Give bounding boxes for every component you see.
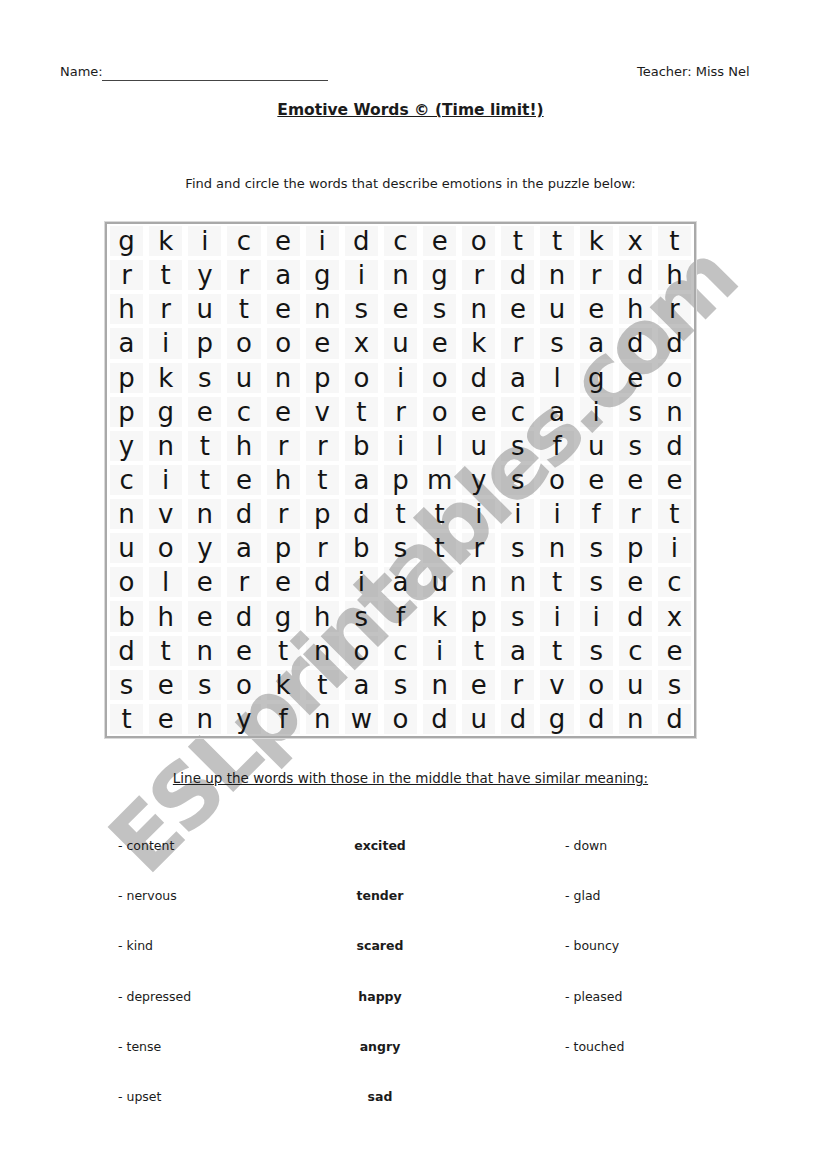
- grid-cell[interactable]: o: [149, 533, 182, 563]
- grid-cell[interactable]: t: [149, 260, 182, 290]
- grid-cell[interactable]: h: [306, 601, 339, 631]
- grid-cell[interactable]: n: [462, 294, 495, 324]
- grid-cell[interactable]: o: [345, 636, 378, 666]
- grid-cell[interactable]: i: [540, 601, 573, 631]
- grid-cell[interactable]: e: [619, 465, 652, 495]
- grid-cell[interactable]: e: [658, 465, 691, 495]
- grid-cell[interactable]: g: [267, 601, 300, 631]
- grid-cell[interactable]: e: [267, 226, 300, 256]
- grid-cell[interactable]: e: [188, 397, 221, 427]
- grid-cell[interactable]: y: [188, 260, 221, 290]
- grid-cell[interactable]: x: [619, 226, 652, 256]
- grid-cell[interactable]: e: [619, 567, 652, 597]
- grid-cell[interactable]: i: [540, 499, 573, 529]
- grid-cell[interactable]: u: [188, 294, 221, 324]
- grid-cell[interactable]: k: [149, 363, 182, 393]
- grid-cell[interactable]: n: [306, 704, 339, 734]
- grid-cell[interactable]: s: [501, 465, 534, 495]
- teacher-name: Teacher: Miss Nel: [637, 64, 750, 79]
- grid-cell[interactable]: l: [149, 567, 182, 597]
- grid-cell[interactable]: y: [110, 431, 143, 461]
- grid-cell[interactable]: e: [658, 636, 691, 666]
- grid-cell[interactable]: r: [501, 670, 534, 700]
- grid-cell[interactable]: r: [149, 294, 182, 324]
- grid-cell[interactable]: i: [384, 363, 417, 393]
- grid-cell[interactable]: d: [658, 431, 691, 461]
- grid-cell[interactable]: s: [345, 294, 378, 324]
- match-left-item: - nervous: [118, 871, 191, 921]
- grid-cell[interactable]: o: [658, 363, 691, 393]
- grid-cell[interactable]: y: [462, 465, 495, 495]
- grid-cell[interactable]: k: [267, 670, 300, 700]
- grid-cell[interactable]: n: [540, 533, 573, 563]
- grid-cell[interactable]: t: [384, 499, 417, 529]
- grid-cell[interactable]: r: [580, 260, 613, 290]
- grid-cell[interactable]: t: [149, 636, 182, 666]
- grid-cell[interactable]: t: [540, 226, 573, 256]
- grid-cell[interactable]: r: [267, 431, 300, 461]
- grid-cell[interactable]: y: [227, 704, 260, 734]
- grid-cell[interactable]: o: [110, 567, 143, 597]
- grid-cell[interactable]: s: [619, 431, 652, 461]
- match-left-item: - kind: [118, 921, 191, 971]
- grid-cell[interactable]: f: [540, 431, 573, 461]
- grid-cell[interactable]: f: [580, 499, 613, 529]
- grid-cell[interactable]: s: [580, 533, 613, 563]
- grid-cell[interactable]: e: [227, 636, 260, 666]
- grid-cell[interactable]: s: [658, 670, 691, 700]
- grid-cell[interactable]: d: [580, 704, 613, 734]
- grid-cell[interactable]: s: [501, 431, 534, 461]
- matching-left-column: - content- nervous- kind- depressed- ten…: [118, 821, 191, 1122]
- grid-cell[interactable]: e: [619, 363, 652, 393]
- grid-cell[interactable]: o: [384, 704, 417, 734]
- name-blank-line[interactable]: [102, 64, 328, 81]
- grid-cell[interactable]: i: [658, 533, 691, 563]
- match-left-item: - content: [118, 821, 191, 871]
- grid-cell[interactable]: p: [188, 328, 221, 358]
- grid-cell[interactable]: u: [540, 294, 573, 324]
- grid-cell[interactable]: i: [345, 260, 378, 290]
- grid-cell[interactable]: s: [540, 328, 573, 358]
- grid-cell[interactable]: b: [110, 601, 143, 631]
- grid-cell[interactable]: n: [267, 363, 300, 393]
- grid-cell[interactable]: t: [423, 499, 456, 529]
- grid-cell[interactable]: r: [501, 328, 534, 358]
- match-right-item: - touched: [565, 1022, 624, 1072]
- grid-cell[interactable]: t: [306, 465, 339, 495]
- grid-cell[interactable]: p: [267, 533, 300, 563]
- grid-cell[interactable]: t: [267, 636, 300, 666]
- grid-cell[interactable]: f: [267, 704, 300, 734]
- match-middle-item: excited: [300, 821, 460, 871]
- grid-cell[interactable]: n: [149, 431, 182, 461]
- grid-cell[interactable]: x: [345, 328, 378, 358]
- match-middle-item: tender: [300, 871, 460, 921]
- grid-cell[interactable]: s: [423, 294, 456, 324]
- grid-cell[interactable]: p: [462, 601, 495, 631]
- header-row: Name: Teacher: Miss Nel: [0, 62, 821, 86]
- grid-cell[interactable]: n: [619, 704, 652, 734]
- grid-cell[interactable]: t: [227, 294, 260, 324]
- match-left-item: - tense: [118, 1022, 191, 1072]
- grid-cell[interactable]: p: [306, 499, 339, 529]
- grid-cell[interactable]: r: [658, 294, 691, 324]
- name-label: Name:: [60, 64, 103, 79]
- grid-cell[interactable]: r: [267, 499, 300, 529]
- grid-cell[interactable]: t: [345, 397, 378, 427]
- grid-cell[interactable]: a: [501, 363, 534, 393]
- grid-cell[interactable]: g: [580, 363, 613, 393]
- grid-cell[interactable]: s: [384, 670, 417, 700]
- grid-cell[interactable]: a: [267, 260, 300, 290]
- grid-cell[interactable]: a: [345, 670, 378, 700]
- grid-cell[interactable]: s: [384, 533, 417, 563]
- grid-cell[interactable]: g: [110, 226, 143, 256]
- grid-cell[interactable]: t: [110, 704, 143, 734]
- grid-cell[interactable]: k: [580, 226, 613, 256]
- grid-cell[interactable]: i: [345, 567, 378, 597]
- grid-cell[interactable]: t: [462, 636, 495, 666]
- grid-cell[interactable]: l: [540, 363, 573, 393]
- grid-cell[interactable]: r: [462, 533, 495, 563]
- grid-cell[interactable]: r: [306, 431, 339, 461]
- grid-cell[interactable]: n: [188, 499, 221, 529]
- grid-cell[interactable]: p: [384, 465, 417, 495]
- grid-cell[interactable]: e: [423, 226, 456, 256]
- grid-cell[interactable]: n: [384, 260, 417, 290]
- word-search-grid: gkiceidceottkxtrtyragingrdnrdhhrutensesn…: [105, 222, 696, 738]
- grid-cell[interactable]: u: [423, 567, 456, 597]
- grid-cell[interactable]: e: [501, 294, 534, 324]
- grid-cell[interactable]: i: [188, 226, 221, 256]
- match-middle-item: angry: [300, 1022, 460, 1072]
- grid-cell[interactable]: o: [423, 363, 456, 393]
- grid-cell[interactable]: c: [384, 636, 417, 666]
- grid-cell[interactable]: x: [658, 601, 691, 631]
- grid-cell[interactable]: o: [540, 465, 573, 495]
- grid-cell[interactable]: s: [619, 397, 652, 427]
- grid-cell[interactable]: k: [462, 328, 495, 358]
- grid-cell[interactable]: v: [540, 670, 573, 700]
- grid-cell[interactable]: n: [462, 567, 495, 597]
- grid-cell[interactable]: e: [423, 328, 456, 358]
- matching-heading: Line up the words with those in the midd…: [0, 770, 821, 786]
- grid-cell[interactable]: c: [110, 465, 143, 495]
- grid-cell[interactable]: t: [501, 226, 534, 256]
- grid-cell[interactable]: t: [658, 226, 691, 256]
- grid-cell[interactable]: a: [227, 533, 260, 563]
- grid-cell[interactable]: t: [188, 465, 221, 495]
- grid-cell[interactable]: a: [540, 397, 573, 427]
- grid-cell[interactable]: e: [267, 294, 300, 324]
- grid-cell[interactable]: i: [501, 499, 534, 529]
- grid-cell[interactable]: d: [501, 260, 534, 290]
- grid-cell[interactable]: e: [267, 397, 300, 427]
- grid-cell[interactable]: a: [110, 328, 143, 358]
- grid-cell[interactable]: t: [423, 533, 456, 563]
- grid-cell[interactable]: r: [110, 260, 143, 290]
- page-title: Emotive Words © (Time limit!): [0, 101, 821, 119]
- grid-cell[interactable]: h: [619, 294, 652, 324]
- grid-cell[interactable]: e: [149, 704, 182, 734]
- grid-cell[interactable]: w: [345, 704, 378, 734]
- grid-cell[interactable]: r: [227, 567, 260, 597]
- grid-cell[interactable]: n: [188, 704, 221, 734]
- grid-cell[interactable]: i: [149, 465, 182, 495]
- grid-cell[interactable]: o: [227, 670, 260, 700]
- grid-cell[interactable]: u: [462, 704, 495, 734]
- grid-cell[interactable]: c: [227, 226, 260, 256]
- grid-cell[interactable]: n: [423, 670, 456, 700]
- grid-cell[interactable]: n: [540, 260, 573, 290]
- grid-cell[interactable]: i: [384, 431, 417, 461]
- grid-cell[interactable]: i: [462, 499, 495, 529]
- grid-cell[interactable]: c: [227, 397, 260, 427]
- grid-cell[interactable]: v: [149, 499, 182, 529]
- grid-cell[interactable]: c: [658, 567, 691, 597]
- matching-middle-column: excitedtenderscaredhappyangrysad: [300, 821, 460, 1122]
- grid-cell[interactable]: h: [110, 294, 143, 324]
- grid-cell[interactable]: o: [267, 328, 300, 358]
- grid-cell[interactable]: t: [188, 431, 221, 461]
- grid-cell[interactable]: e: [306, 328, 339, 358]
- grid-cell[interactable]: e: [580, 294, 613, 324]
- match-middle-item: sad: [300, 1072, 460, 1122]
- grid-cell[interactable]: c: [501, 397, 534, 427]
- matching-right-column: - down- glad- bouncy- pleased- touched: [565, 821, 624, 1072]
- grid-cell[interactable]: o: [462, 226, 495, 256]
- grid-cell[interactable]: d: [345, 226, 378, 256]
- grid-cell[interactable]: t: [306, 670, 339, 700]
- grid-cell[interactable]: i: [306, 226, 339, 256]
- grid-cell[interactable]: s: [501, 601, 534, 631]
- grid-cell[interactable]: e: [580, 465, 613, 495]
- grid-cell[interactable]: i: [580, 397, 613, 427]
- grid-cell[interactable]: d: [619, 260, 652, 290]
- grid-cell[interactable]: e: [462, 397, 495, 427]
- match-middle-item: scared: [300, 921, 460, 971]
- match-middle-item: happy: [300, 972, 460, 1022]
- grid-cell[interactable]: i: [149, 328, 182, 358]
- grid-cell[interactable]: d: [306, 567, 339, 597]
- grid-cell[interactable]: e: [267, 567, 300, 597]
- grid-cell[interactable]: e: [384, 294, 417, 324]
- grid-cell[interactable]: d: [110, 636, 143, 666]
- grid-cell[interactable]: p: [110, 397, 143, 427]
- grid-cell[interactable]: n: [188, 636, 221, 666]
- grid-cell[interactable]: o: [227, 328, 260, 358]
- match-right-item: - glad: [565, 871, 624, 921]
- match-left-item: - upset: [118, 1072, 191, 1122]
- grid-cell[interactable]: s: [188, 363, 221, 393]
- grid-cell[interactable]: b: [345, 431, 378, 461]
- grid-cell[interactable]: a: [384, 567, 417, 597]
- grid-cell[interactable]: g: [423, 260, 456, 290]
- grid-cell[interactable]: o: [345, 363, 378, 393]
- grid-cell[interactable]: o: [580, 670, 613, 700]
- grid-cell[interactable]: e: [462, 670, 495, 700]
- grid-cell[interactable]: s: [345, 601, 378, 631]
- grid-cell[interactable]: d: [501, 704, 534, 734]
- grid-cell[interactable]: c: [619, 636, 652, 666]
- grid-cell[interactable]: a: [501, 636, 534, 666]
- grid-cell[interactable]: p: [306, 363, 339, 393]
- grid-cell[interactable]: n: [306, 636, 339, 666]
- grid-cell[interactable]: v: [306, 397, 339, 427]
- grid-cell[interactable]: s: [580, 567, 613, 597]
- grid-cell[interactable]: d: [462, 363, 495, 393]
- grid-cell[interactable]: s: [188, 670, 221, 700]
- grid-cell[interactable]: g: [149, 397, 182, 427]
- grid-cell[interactable]: s: [110, 670, 143, 700]
- grid-cell[interactable]: c: [384, 226, 417, 256]
- grid-cell[interactable]: o: [423, 397, 456, 427]
- grid-cell[interactable]: s: [501, 533, 534, 563]
- grid-cell[interactable]: h: [658, 260, 691, 290]
- grid-cell[interactable]: s: [580, 636, 613, 666]
- grid-cell[interactable]: k: [423, 601, 456, 631]
- grid-cell[interactable]: t: [540, 567, 573, 597]
- grid-cell[interactable]: i: [580, 601, 613, 631]
- grid-cell[interactable]: u: [384, 328, 417, 358]
- grid-cell[interactable]: d: [345, 499, 378, 529]
- grid-cell[interactable]: g: [306, 260, 339, 290]
- grid-cell[interactable]: e: [149, 670, 182, 700]
- grid-cell[interactable]: n: [306, 294, 339, 324]
- match-left-item: - depressed: [118, 972, 191, 1022]
- grid-cell[interactable]: f: [384, 601, 417, 631]
- grid-cell[interactable]: u: [110, 533, 143, 563]
- grid-cell[interactable]: n: [501, 567, 534, 597]
- grid-cell[interactable]: a: [345, 465, 378, 495]
- grid-cell[interactable]: h: [227, 431, 260, 461]
- match-right-item: - down: [565, 821, 624, 871]
- grid-cell[interactable]: l: [423, 431, 456, 461]
- worksheet-page: ESLprintables.com Name: Teacher: Miss Ne…: [0, 0, 821, 1169]
- grid-cell[interactable]: u: [462, 431, 495, 461]
- instruction-text: Find and circle the words that describe …: [0, 176, 821, 191]
- grid-cell[interactable]: m: [423, 465, 456, 495]
- grid-cell[interactable]: g: [540, 704, 573, 734]
- grid-cell[interactable]: r: [227, 260, 260, 290]
- grid-cell[interactable]: a: [580, 328, 613, 358]
- grid-cell[interactable]: t: [540, 636, 573, 666]
- grid-cell[interactable]: e: [188, 567, 221, 597]
- grid-cell[interactable]: u: [619, 670, 652, 700]
- grid-cell[interactable]: d: [227, 499, 260, 529]
- grid-cell[interactable]: n: [658, 397, 691, 427]
- grid-cell[interactable]: e: [188, 601, 221, 631]
- grid-cell[interactable]: r: [306, 533, 339, 563]
- grid-cell[interactable]: h: [267, 465, 300, 495]
- grid-cell[interactable]: d: [423, 704, 456, 734]
- grid-cell[interactable]: r: [384, 397, 417, 427]
- grid-cell[interactable]: u: [580, 431, 613, 461]
- grid-cell[interactable]: d: [658, 704, 691, 734]
- grid-cell[interactable]: e: [227, 465, 260, 495]
- grid-cell[interactable]: d: [619, 601, 652, 631]
- grid-cell[interactable]: d: [227, 601, 260, 631]
- grid-cell[interactable]: y: [188, 533, 221, 563]
- grid-cell[interactable]: d: [658, 328, 691, 358]
- grid-cell[interactable]: t: [658, 499, 691, 529]
- grid-cell[interactable]: p: [110, 363, 143, 393]
- grid-cell[interactable]: u: [227, 363, 260, 393]
- grid-cell[interactable]: r: [619, 499, 652, 529]
- grid-cell[interactable]: d: [619, 328, 652, 358]
- grid-cell[interactable]: b: [345, 533, 378, 563]
- grid-cell[interactable]: r: [462, 260, 495, 290]
- grid-cell[interactable]: k: [149, 226, 182, 256]
- grid-cell[interactable]: i: [423, 636, 456, 666]
- grid-cell[interactable]: h: [149, 601, 182, 631]
- grid-cell[interactable]: n: [110, 499, 143, 529]
- match-right-item: - pleased: [565, 972, 624, 1022]
- match-right-item: - bouncy: [565, 921, 624, 971]
- grid-cell[interactable]: p: [619, 533, 652, 563]
